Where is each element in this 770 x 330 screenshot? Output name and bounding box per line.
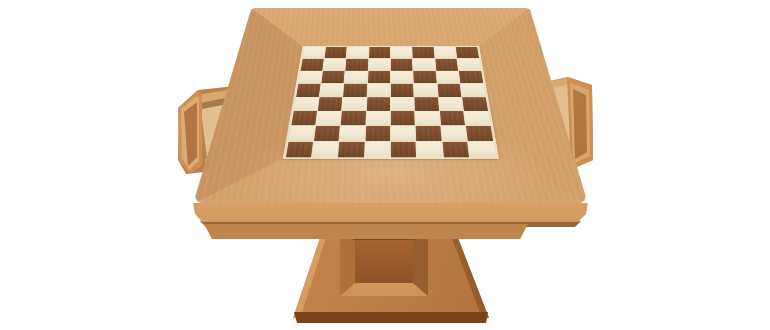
square-e4 <box>391 97 415 111</box>
square-e5 <box>391 84 414 97</box>
table-top-surface <box>193 8 588 204</box>
square-f1 <box>417 142 443 158</box>
square-a3 <box>291 111 317 125</box>
square-b4 <box>318 97 343 111</box>
table-top <box>193 8 588 204</box>
square-d6 <box>368 71 390 83</box>
square-g5 <box>437 84 461 97</box>
square-a6 <box>298 71 322 83</box>
square-b7 <box>323 59 346 71</box>
square-d1 <box>365 142 390 158</box>
square-c8 <box>347 47 369 58</box>
square-f2 <box>416 126 441 141</box>
square-b6 <box>321 71 344 83</box>
square-h1 <box>468 142 495 158</box>
square-b3 <box>316 111 341 125</box>
square-d8 <box>369 47 390 58</box>
square-c6 <box>345 71 368 83</box>
square-b1 <box>312 142 339 158</box>
square-c3 <box>341 111 366 125</box>
square-e7 <box>391 59 413 71</box>
square-d3 <box>366 111 390 125</box>
square-c7 <box>346 59 368 71</box>
square-d4 <box>367 97 391 111</box>
square-c2 <box>340 126 365 141</box>
chess-board <box>282 46 498 159</box>
square-a4 <box>293 97 318 111</box>
square-d7 <box>368 59 390 71</box>
chess-table-photo <box>0 0 770 330</box>
square-b2 <box>314 126 340 141</box>
square-h5 <box>461 84 486 97</box>
square-b8 <box>324 47 346 58</box>
square-f6 <box>414 71 437 83</box>
square-h3 <box>464 111 490 125</box>
square-g2 <box>441 126 467 141</box>
square-g3 <box>440 111 465 125</box>
square-c1 <box>338 142 364 158</box>
square-h7 <box>457 59 480 71</box>
pedestal-frame-molding <box>340 236 428 296</box>
square-a2 <box>288 126 315 141</box>
square-f3 <box>415 111 440 125</box>
square-d2 <box>365 126 390 141</box>
square-d5 <box>367 84 390 97</box>
square-f5 <box>414 84 437 97</box>
square-g8 <box>434 47 456 58</box>
square-g6 <box>436 71 459 83</box>
square-e8 <box>391 47 412 58</box>
square-a7 <box>300 59 323 71</box>
square-h8 <box>456 47 479 58</box>
square-e1 <box>391 142 416 158</box>
square-a5 <box>296 84 321 97</box>
square-f8 <box>413 47 435 58</box>
square-a1 <box>285 142 312 158</box>
square-h2 <box>466 126 493 141</box>
square-c5 <box>343 84 366 97</box>
square-g1 <box>442 142 469 158</box>
square-e3 <box>391 111 415 125</box>
square-e2 <box>391 126 416 141</box>
square-b5 <box>320 84 344 97</box>
square-c4 <box>342 97 366 111</box>
square-g7 <box>435 59 458 71</box>
square-f7 <box>413 59 435 71</box>
square-h4 <box>462 97 487 111</box>
square-e6 <box>391 71 413 83</box>
square-a8 <box>302 47 325 58</box>
square-f4 <box>415 97 439 111</box>
square-h6 <box>459 71 483 83</box>
square-g4 <box>439 97 464 111</box>
